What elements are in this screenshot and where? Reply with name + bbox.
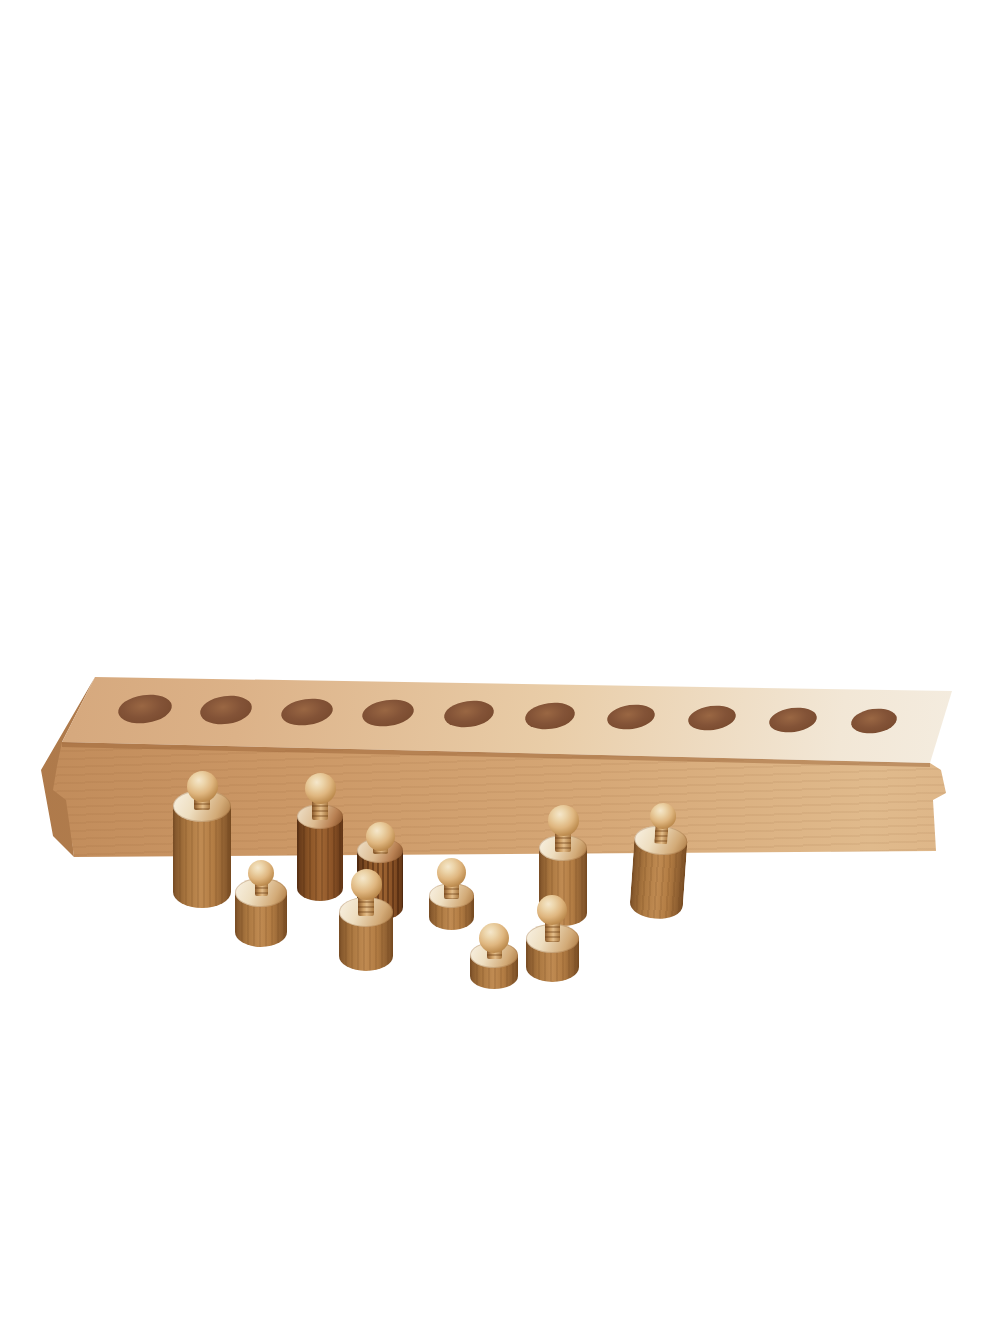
product-photo-scene <box>0 0 1000 1333</box>
cylinder-knob[interactable] <box>187 771 218 802</box>
cylinder-knob[interactable] <box>537 895 567 925</box>
block-front-face <box>0 0 1000 1333</box>
cylinder-6[interactable] <box>429 858 474 930</box>
block-front-edge <box>0 0 1000 1333</box>
cylinder-8[interactable] <box>526 895 579 982</box>
block-top-face <box>0 0 1000 1333</box>
cylinder-5[interactable] <box>339 869 393 971</box>
cylinder-2[interactable] <box>235 860 287 947</box>
cylinder-knob[interactable] <box>351 869 382 900</box>
cylinder-knob[interactable] <box>479 923 509 953</box>
block-left-face <box>0 0 1000 1333</box>
cylinder-knob[interactable] <box>248 860 274 886</box>
cylinder-10[interactable] <box>628 801 689 920</box>
cylinder-3[interactable] <box>297 773 343 901</box>
cylinder-knob[interactable] <box>548 805 579 836</box>
cylinder-1[interactable] <box>173 771 231 908</box>
cylinder-knob[interactable] <box>366 822 395 851</box>
cylinder-body <box>297 816 343 901</box>
cylinder-knob[interactable] <box>305 773 336 804</box>
cylinder-7[interactable] <box>470 923 518 989</box>
cylinder-knob[interactable] <box>437 858 466 887</box>
